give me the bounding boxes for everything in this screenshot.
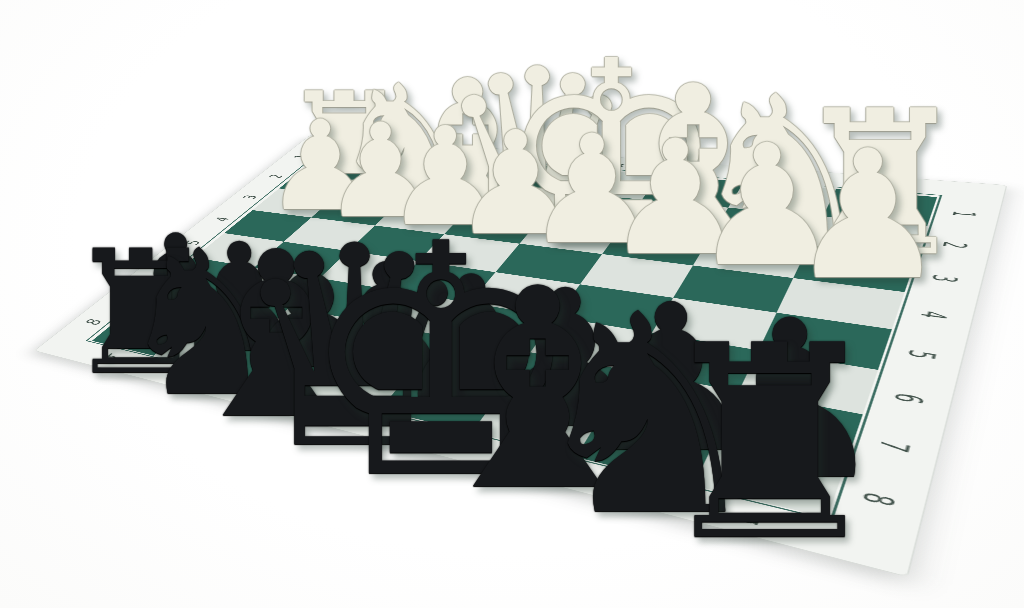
chess-mat: hgfedcba hgfedcba 12345678 12345678	[34, 135, 1007, 577]
photo-stage: hgfedcba hgfedcba 12345678 12345678 ♜♞♝♚…	[0, 0, 1024, 608]
